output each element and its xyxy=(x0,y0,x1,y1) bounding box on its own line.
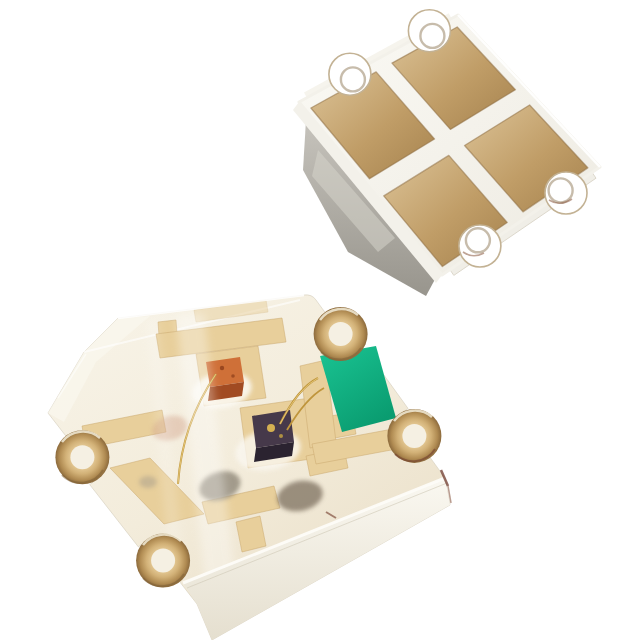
die-bond-pad-gold xyxy=(267,424,275,432)
red-die-texture xyxy=(220,366,224,370)
notch-top-icon xyxy=(408,10,450,52)
castellation-lower-left-icon xyxy=(136,534,190,588)
trace-bottom-stub xyxy=(236,516,266,552)
notch-right-icon xyxy=(545,172,587,214)
die-gold-fleck xyxy=(279,434,283,438)
castellation-lower-right-icon xyxy=(387,409,441,463)
grey-die-reflection-3 xyxy=(139,476,157,488)
castellation-upper-right-icon xyxy=(314,307,368,361)
notch-bottom-icon xyxy=(459,225,501,267)
castellation-upper-left-icon xyxy=(55,430,109,484)
red-die-texture xyxy=(231,374,235,378)
photo-canvas xyxy=(0,0,640,640)
notch-left-icon xyxy=(329,53,371,95)
smd-led-product-photo xyxy=(0,0,640,640)
